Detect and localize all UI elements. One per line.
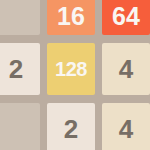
game-board-2048[interactable]: 16642128424 — [0, 0, 150, 150]
tile-2: 2 — [0, 43, 40, 95]
empty-cell — [0, 0, 40, 35]
tile-4: 4 — [102, 103, 150, 150]
tile-4: 4 — [102, 43, 150, 95]
empty-cell — [0, 103, 40, 150]
tile-2: 2 — [47, 103, 95, 150]
tile-16: 16 — [47, 0, 95, 35]
tile-128: 128 — [47, 43, 95, 95]
tile-64: 64 — [102, 0, 150, 35]
